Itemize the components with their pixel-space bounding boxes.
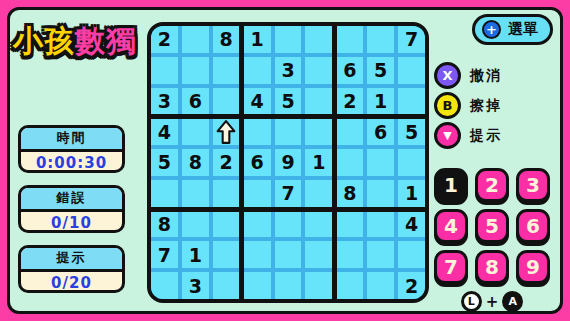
sudoku-cell-r2c5[interactable]: 3 xyxy=(275,57,302,84)
sudoku-cell-r1c9[interactable]: 7 xyxy=(398,26,425,53)
sudoku-cell-r9c7[interactable] xyxy=(336,272,363,299)
sudoku-cell-r6c1[interactable] xyxy=(151,180,178,207)
hints-value: 0/20 xyxy=(21,272,122,293)
sudoku-cell-r3c6[interactable] xyxy=(305,88,332,115)
time-value: 0:00:30 xyxy=(21,152,122,173)
menu-button[interactable]: + 選單 xyxy=(472,14,553,45)
sudoku-cell-r2c2[interactable] xyxy=(182,57,209,84)
app-frame: 小孩數獨 + 選單 時間 0:00:30 錯誤 0/10 提示 0/20 281… xyxy=(0,0,570,321)
sudoku-cells: 2817365364521465582691781847132 xyxy=(151,26,425,299)
sudoku-cell-r1c7[interactable] xyxy=(336,26,363,53)
sudoku-cell-r5c5[interactable]: 9 xyxy=(275,149,302,176)
sudoku-cell-r4c1[interactable]: 4 xyxy=(151,118,178,145)
mistakes-panel: 錯誤 0/10 xyxy=(18,185,125,233)
undo-control[interactable]: X 撤消 xyxy=(434,62,502,89)
box-divider-horizontal-2 xyxy=(151,207,425,212)
sudoku-cell-r7c6[interactable] xyxy=(305,211,332,238)
mistakes-value: 0/10 xyxy=(21,212,122,233)
sudoku-cell-r7c9[interactable]: 4 xyxy=(398,211,425,238)
sudoku-cell-r4c2[interactable] xyxy=(182,118,209,145)
undo-label: 撤消 xyxy=(470,67,502,85)
numpad-key-7[interactable]: 7 xyxy=(434,250,468,284)
screen: 小孩數獨 + 選單 時間 0:00:30 錯誤 0/10 提示 0/20 281… xyxy=(7,7,563,314)
sudoku-cell-r9c3[interactable] xyxy=(213,272,240,299)
sudoku-cell-r7c4[interactable] xyxy=(244,211,271,238)
sudoku-board: 2817365364521465582691781847132 xyxy=(147,22,429,303)
time-panel: 時間 0:00:30 xyxy=(18,125,125,173)
hints-label: 提示 xyxy=(21,248,122,272)
sudoku-cell-r9c2[interactable]: 3 xyxy=(182,272,209,299)
sudoku-cell-r5c4[interactable]: 6 xyxy=(244,149,271,176)
sudoku-cell-r4c7[interactable] xyxy=(336,118,363,145)
sudoku-cell-r2c9[interactable] xyxy=(398,57,425,84)
numpad-key-8[interactable]: 8 xyxy=(475,250,509,284)
sudoku-cell-r3c5[interactable]: 5 xyxy=(275,88,302,115)
sudoku-cell-r7c3[interactable] xyxy=(213,211,240,238)
sudoku-cell-r8c4[interactable] xyxy=(244,241,271,268)
erase-control[interactable]: B 擦掉 xyxy=(434,92,502,119)
sudoku-cell-r3c3[interactable] xyxy=(213,88,240,115)
down-arrow-icon[interactable]: ▼ xyxy=(434,122,461,149)
sudoku-cell-r9c8[interactable] xyxy=(367,272,394,299)
l-button-icon: L xyxy=(461,291,482,312)
menu-button-label: 選單 xyxy=(508,20,538,39)
erase-label: 擦掉 xyxy=(470,97,502,115)
sudoku-cell-r3c8[interactable]: 1 xyxy=(367,88,394,115)
number-pad: 123456789 xyxy=(434,168,550,284)
sudoku-cell-r8c2[interactable]: 1 xyxy=(182,241,209,268)
sudoku-cell-r1c3[interactable]: 8 xyxy=(213,26,240,53)
sudoku-cell-r7c8[interactable] xyxy=(367,211,394,238)
sudoku-cell-r8c1[interactable]: 7 xyxy=(151,241,178,268)
b-button-icon[interactable]: B xyxy=(434,92,461,119)
numpad-key-5[interactable]: 5 xyxy=(475,209,509,243)
cursor-icon xyxy=(216,119,236,145)
box-divider-vertical-2 xyxy=(332,26,337,299)
a-button-icon: A xyxy=(502,291,523,312)
title-part-kids: 小孩 xyxy=(13,23,75,58)
box-divider-horizontal-1 xyxy=(151,114,425,119)
sudoku-cell-r7c1[interactable]: 8 xyxy=(151,211,178,238)
time-label: 時間 xyxy=(21,128,122,152)
sudoku-cell-r8c8[interactable] xyxy=(367,241,394,268)
sudoku-cell-r6c2[interactable] xyxy=(182,180,209,207)
sudoku-cell-r9c9[interactable]: 2 xyxy=(398,272,425,299)
plus-icon: + xyxy=(482,20,501,39)
sudoku-cell-r7c5[interactable] xyxy=(275,211,302,238)
sudoku-cell-r2c8[interactable]: 5 xyxy=(367,57,394,84)
sudoku-cell-r3c9[interactable] xyxy=(398,88,425,115)
sudoku-cell-r1c4[interactable]: 1 xyxy=(244,26,271,53)
sudoku-cell-r6c7[interactable]: 8 xyxy=(336,180,363,207)
numpad-key-2[interactable]: 2 xyxy=(475,168,509,202)
sudoku-cell-r3c2[interactable]: 6 xyxy=(182,88,209,115)
sudoku-cell-r4c9[interactable]: 5 xyxy=(398,118,425,145)
hint-key-combo: L + A xyxy=(434,291,550,312)
box-divider-vertical-1 xyxy=(239,26,244,299)
sudoku-cell-r6c3[interactable] xyxy=(213,180,240,207)
numpad-key-1[interactable]: 1 xyxy=(434,168,468,202)
hint-label: 提示 xyxy=(470,127,502,145)
x-button-icon[interactable]: X xyxy=(434,62,461,89)
sudoku-cell-r1c6[interactable] xyxy=(305,26,332,53)
sudoku-cell-r8c3[interactable] xyxy=(213,241,240,268)
sudoku-cell-r8c7[interactable] xyxy=(336,241,363,268)
sudoku-cell-r2c3[interactable] xyxy=(213,57,240,84)
sudoku-cell-r7c7[interactable] xyxy=(336,211,363,238)
sudoku-cell-r1c8[interactable] xyxy=(367,26,394,53)
sudoku-cell-r1c2[interactable] xyxy=(182,26,209,53)
title-part-sudoku: 數獨 xyxy=(75,23,137,58)
plus-sign: + xyxy=(486,293,499,311)
sudoku-cell-r3c4[interactable]: 4 xyxy=(244,88,271,115)
sudoku-cell-r2c6[interactable] xyxy=(305,57,332,84)
sudoku-cell-r5c1[interactable]: 5 xyxy=(151,149,178,176)
sudoku-cell-r6c8[interactable] xyxy=(367,180,394,207)
sudoku-cell-r5c3[interactable]: 2 xyxy=(213,149,240,176)
numpad-key-3[interactable]: 3 xyxy=(516,168,550,202)
sudoku-cell-r3c1[interactable]: 3 xyxy=(151,88,178,115)
sudoku-cell-r6c5[interactable]: 7 xyxy=(275,180,302,207)
page-title: 小孩數獨 xyxy=(13,21,137,62)
hint-control[interactable]: ▼ 提示 xyxy=(434,122,502,149)
sudoku-cell-r1c1[interactable]: 2 xyxy=(151,26,178,53)
sudoku-cell-r7c2[interactable] xyxy=(182,211,209,238)
sudoku-cell-r8c9[interactable] xyxy=(398,241,425,268)
mistakes-label: 錯誤 xyxy=(21,188,122,212)
sudoku-cell-r9c5[interactable] xyxy=(275,272,302,299)
numpad-key-9[interactable]: 9 xyxy=(516,250,550,284)
numpad-key-4[interactable]: 4 xyxy=(434,209,468,243)
sudoku-cell-r5c7[interactable] xyxy=(336,149,363,176)
sudoku-cell-r8c6[interactable] xyxy=(305,241,332,268)
sudoku-cell-r2c4[interactable] xyxy=(244,57,271,84)
sudoku-cell-r1c5[interactable] xyxy=(275,26,302,53)
sudoku-cell-r4c5[interactable] xyxy=(275,118,302,145)
sudoku-cell-r5c9[interactable] xyxy=(398,149,425,176)
sudoku-cell-r5c8[interactable] xyxy=(367,149,394,176)
sudoku-cell-r4c6[interactable] xyxy=(305,118,332,145)
sudoku-cell-r6c4[interactable] xyxy=(244,180,271,207)
sudoku-cell-r8c5[interactable] xyxy=(275,241,302,268)
sudoku-cell-r5c6[interactable]: 1 xyxy=(305,149,332,176)
sudoku-cell-r9c1[interactable] xyxy=(151,272,178,299)
sudoku-cell-r2c7[interactable]: 6 xyxy=(336,57,363,84)
sudoku-cell-r9c6[interactable] xyxy=(305,272,332,299)
sudoku-cell-r6c6[interactable] xyxy=(305,180,332,207)
numpad-key-6[interactable]: 6 xyxy=(516,209,550,243)
sudoku-cell-r4c8[interactable]: 6 xyxy=(367,118,394,145)
sudoku-cell-r3c7[interactable]: 2 xyxy=(336,88,363,115)
sudoku-cell-r6c9[interactable]: 1 xyxy=(398,180,425,207)
sudoku-cell-r9c4[interactable] xyxy=(244,272,271,299)
hints-panel: 提示 0/20 xyxy=(18,245,125,293)
sudoku-cell-r4c3[interactable] xyxy=(213,118,240,145)
sudoku-cell-r5c2[interactable]: 8 xyxy=(182,149,209,176)
sudoku-cell-r4c4[interactable] xyxy=(244,118,271,145)
sudoku-cell-r2c1[interactable] xyxy=(151,57,178,84)
